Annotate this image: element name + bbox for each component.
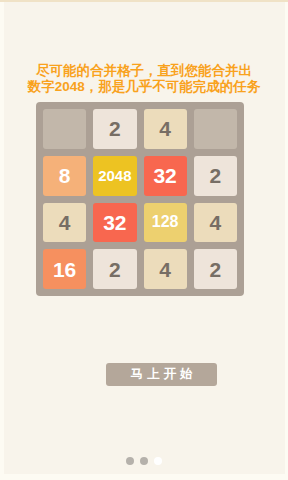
empty-cell [43,109,86,149]
tile-4: 4 [144,109,187,149]
pagination-dots [0,457,288,465]
tile-8: 8 [43,156,86,196]
tile-2: 2 [93,109,136,149]
tile-2: 2 [194,156,237,196]
instructions-line2: 数字2048，那是几乎不可能完成的任务 [0,79,288,95]
tile-128: 128 [144,203,187,243]
board: 2482048322432128416242 [36,102,244,296]
instructions-line1: 尽可能的合并格子，直到您能合并出 [0,63,288,79]
empty-cell [194,109,237,149]
tile-2048: 2048 [93,156,136,196]
tile-32: 32 [144,156,187,196]
start-button[interactable]: 马上开始 [106,363,217,386]
page-dot[interactable] [126,457,134,465]
instructions-text: 尽可能的合并格子，直到您能合并出 数字2048，那是几乎不可能完成的任务 [0,63,288,94]
tile-4: 4 [194,203,237,243]
tutorial-screen: 尽可能的合并格子，直到您能合并出 数字2048，那是几乎不可能完成的任务 248… [0,0,288,480]
top-accent-line [0,0,288,2]
tile-4: 4 [144,249,187,289]
start-button-label: 马上开始 [127,366,197,383]
page-dot[interactable] [140,457,148,465]
page-dot-active[interactable] [154,457,162,465]
tile-2: 2 [194,249,237,289]
tile-16: 16 [43,249,86,289]
tile-2: 2 [93,249,136,289]
tile-32: 32 [93,203,136,243]
tile-4: 4 [43,203,86,243]
